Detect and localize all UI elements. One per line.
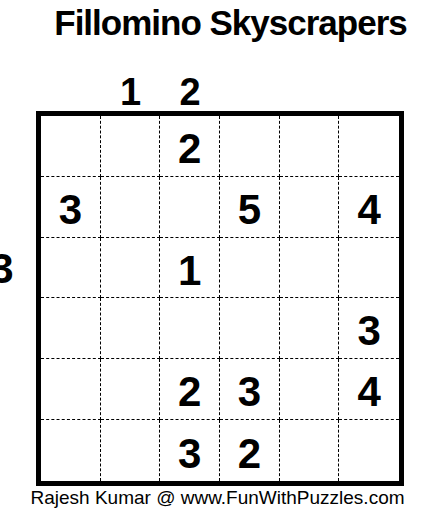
top-clues-row: 12 [36, 60, 404, 108]
grid-cell-r3c6[interactable] [339, 238, 399, 299]
grid-cell-r4c3[interactable] [160, 298, 220, 359]
grid-cell-r6c2[interactable] [101, 420, 161, 481]
grid-cell-r4c1[interactable] [41, 298, 101, 359]
grid-cell-r1c1[interactable] [41, 116, 101, 177]
grid-cell-r5c2[interactable] [101, 359, 161, 420]
grid-cell-r4c5[interactable] [280, 298, 340, 359]
grid-cell-r3c3[interactable]: 1 [160, 238, 220, 299]
grid-cell-r5c1[interactable] [41, 359, 101, 420]
grid-cell-r1c6[interactable] [339, 116, 399, 177]
grid-cell-r2c2[interactable] [101, 177, 161, 238]
grid-cell-r4c2[interactable] [101, 298, 161, 359]
puzzle-grid: 23541323432 [36, 111, 404, 486]
grid-cell-r6c4[interactable]: 2 [220, 420, 280, 481]
page-title: Fillomino Skyscrapers [0, 4, 435, 43]
grid-cell-r2c6[interactable]: 4 [339, 177, 399, 238]
grid-cell-r3c1[interactable] [41, 238, 101, 299]
grid-cell-r5c6[interactable]: 4 [339, 359, 399, 420]
grid-cell-r1c5[interactable] [280, 116, 340, 177]
grid-cell-r2c5[interactable] [280, 177, 340, 238]
grid-cell-r3c2[interactable] [101, 238, 161, 299]
credit-caption: Rajesh Kumar @ www.FunWithPuzzles.com [0, 487, 435, 510]
top-clue-col4 [220, 60, 280, 108]
grid-cell-r5c4[interactable]: 3 [220, 359, 280, 420]
grid-cell-r6c5[interactable] [280, 420, 340, 481]
grid-cell-r6c1[interactable] [41, 420, 101, 481]
grid-cell-r4c6[interactable]: 3 [339, 298, 399, 359]
grid-cell-r1c4[interactable] [220, 116, 280, 177]
top-clue-col1 [41, 60, 101, 108]
grid-cell-r1c2[interactable] [101, 116, 161, 177]
grid-cell-r4c4[interactable] [220, 298, 280, 359]
top-clue-col3: 2 [160, 60, 220, 108]
grid-cell-r3c5[interactable] [280, 238, 340, 299]
grid-cell-r2c1[interactable]: 3 [41, 177, 101, 238]
grid-cell-r3c4[interactable] [220, 238, 280, 299]
grid-cell-r5c5[interactable] [280, 359, 340, 420]
top-clue-col5 [280, 60, 340, 108]
grid-cell-r5c3[interactable]: 2 [160, 359, 220, 420]
grid-cell-r6c6[interactable] [339, 420, 399, 481]
grid-cell-r2c3[interactable] [160, 177, 220, 238]
puzzle-page: Fillomino Skyscrapers 12 3 23541323432 R… [0, 0, 435, 517]
grid-cell-r1c3[interactable]: 2 [160, 116, 220, 177]
grid-cell-r2c4[interactable]: 5 [220, 177, 280, 238]
grid-cell-r6c3[interactable]: 3 [160, 420, 220, 481]
left-clue-row3: 3 [0, 238, 14, 299]
top-clue-col2: 1 [101, 60, 161, 108]
top-clue-col6 [339, 60, 399, 108]
